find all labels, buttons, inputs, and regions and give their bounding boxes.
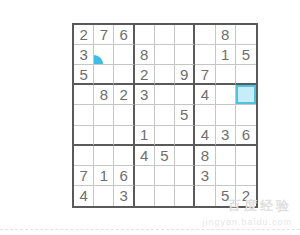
bottom-divider xyxy=(0,229,300,230)
sudoku-cell-r4c3[interactable]: 2 xyxy=(114,85,134,105)
sudoku-cell-r7c7[interactable]: 8 xyxy=(195,146,215,166)
sudoku-cell-r5c3[interactable] xyxy=(114,105,134,125)
sudoku-cell-r1c5[interactable] xyxy=(155,25,175,45)
sudoku-cell-r2c9[interactable]: 5 xyxy=(236,45,256,65)
sudoku-cell-r4c6[interactable] xyxy=(175,85,195,105)
sudoku-cell-r2c1[interactable]: 3 xyxy=(74,45,94,65)
sudoku-cell-r9c7[interactable] xyxy=(195,186,215,206)
sudoku-cell-r2c2[interactable] xyxy=(94,45,114,65)
sudoku-cell-r1c2[interactable]: 7 xyxy=(94,25,114,45)
sudoku-cell-r8c9[interactable] xyxy=(236,166,256,186)
sudoku-board: 27683815529782345143645871634352 xyxy=(72,23,258,208)
selected-cell[interactable] xyxy=(236,85,256,105)
sudoku-cell-r3c3[interactable] xyxy=(114,65,134,85)
sudoku-cell-r4c7[interactable]: 4 xyxy=(195,85,215,105)
sudoku-cell-r8c4[interactable] xyxy=(135,166,155,186)
sudoku-cell-r2c3[interactable] xyxy=(114,45,134,65)
sudoku-cell-r1c7[interactable] xyxy=(195,25,215,45)
sudoku-cell-r5c8[interactable] xyxy=(216,105,236,125)
sudoku-cell-r4c2[interactable]: 8 xyxy=(94,85,114,105)
sudoku-cell-r3c6[interactable]: 9 xyxy=(175,65,195,85)
sudoku-cell-r6c3[interactable] xyxy=(114,126,134,146)
sudoku-cell-r6c5[interactable] xyxy=(155,126,175,146)
sudoku-cell-r9c5[interactable] xyxy=(155,186,175,206)
sudoku-cell-r3c4[interactable]: 2 xyxy=(135,65,155,85)
sudoku-cell-r3c2[interactable] xyxy=(94,65,114,85)
sudoku-cell-r3c1[interactable]: 5 xyxy=(74,65,94,85)
sudoku-cell-r6c2[interactable] xyxy=(94,126,114,146)
sudoku-cell-r7c1[interactable] xyxy=(74,146,94,166)
watermark-url-text: jingyan.baidu.com xyxy=(202,217,292,227)
sudoku-cell-r7c9[interactable] xyxy=(236,146,256,166)
sudoku-cell-r3c9[interactable] xyxy=(236,65,256,85)
corner-marker-icon xyxy=(94,55,103,64)
sudoku-cell-r5c5[interactable] xyxy=(155,105,175,125)
screenshot-canvas: 27683815529782345143645871634352 百度经验 ji… xyxy=(0,0,300,235)
sudoku-cell-r8c7[interactable]: 3 xyxy=(195,166,215,186)
sudoku-cell-r7c4[interactable]: 4 xyxy=(135,146,155,166)
sudoku-cell-r6c4[interactable]: 1 xyxy=(135,126,155,146)
sudoku-cell-r7c6[interactable] xyxy=(175,146,195,166)
sudoku-cell-r6c7[interactable]: 4 xyxy=(195,126,215,146)
sudoku-cell-r5c2[interactable] xyxy=(94,105,114,125)
sudoku-cell-r5c9[interactable] xyxy=(236,105,256,125)
sudoku-cell-r6c6[interactable] xyxy=(175,126,195,146)
sudoku-cell-r9c9[interactable]: 2 xyxy=(236,186,256,206)
sudoku-cell-r1c4[interactable] xyxy=(135,25,155,45)
sudoku-cell-r8c3[interactable]: 6 xyxy=(114,166,134,186)
sudoku-cell-r3c8[interactable] xyxy=(216,65,236,85)
sudoku-cell-r8c5[interactable] xyxy=(155,166,175,186)
sudoku-cell-r4c4[interactable]: 3 xyxy=(135,85,155,105)
sudoku-cell-r5c6[interactable]: 5 xyxy=(175,105,195,125)
sudoku-cell-r4c5[interactable] xyxy=(155,85,175,105)
sudoku-cell-r1c1[interactable]: 2 xyxy=(74,25,94,45)
sudoku-cell-r2c4[interactable]: 8 xyxy=(135,45,155,65)
sudoku-cell-r3c7[interactable]: 7 xyxy=(195,65,215,85)
sudoku-cell-r9c3[interactable]: 3 xyxy=(114,186,134,206)
sudoku-cell-r8c1[interactable]: 7 xyxy=(74,166,94,186)
sudoku-cell-r9c4[interactable] xyxy=(135,186,155,206)
sudoku-cell-r5c4[interactable] xyxy=(135,105,155,125)
sudoku-cell-r9c6[interactable] xyxy=(175,186,195,206)
sudoku-cell-r1c6[interactable] xyxy=(175,25,195,45)
sudoku-cell-r8c2[interactable]: 1 xyxy=(94,166,114,186)
sudoku-cell-r6c8[interactable]: 3 xyxy=(216,126,236,146)
sudoku-cell-r8c8[interactable] xyxy=(216,166,236,186)
sudoku-cell-r5c1[interactable] xyxy=(74,105,94,125)
sudoku-cell-r6c1[interactable] xyxy=(74,126,94,146)
sudoku-cell-r1c9[interactable] xyxy=(236,25,256,45)
sudoku-cell-r7c5[interactable]: 5 xyxy=(155,146,175,166)
sudoku-cell-r6c9[interactable]: 6 xyxy=(236,126,256,146)
sudoku-cell-r4c8[interactable] xyxy=(216,85,236,105)
sudoku-cell-r1c3[interactable]: 6 xyxy=(114,25,134,45)
sudoku-cell-r7c2[interactable] xyxy=(94,146,114,166)
sudoku-cell-r7c8[interactable] xyxy=(216,146,236,166)
sudoku-cell-r1c8[interactable]: 8 xyxy=(216,25,236,45)
sudoku-cell-r9c2[interactable] xyxy=(94,186,114,206)
sudoku-cell-r5c7[interactable] xyxy=(195,105,215,125)
sudoku-cell-r3c5[interactable] xyxy=(155,65,175,85)
sudoku-cell-r7c3[interactable] xyxy=(114,146,134,166)
sudoku-cell-r2c5[interactable] xyxy=(155,45,175,65)
sudoku-cell-r2c6[interactable] xyxy=(175,45,195,65)
sudoku-cell-r4c1[interactable] xyxy=(74,85,94,105)
sudoku-cell-r2c8[interactable]: 1 xyxy=(216,45,236,65)
sudoku-cell-r2c7[interactable] xyxy=(195,45,215,65)
sudoku-cell-r8c6[interactable] xyxy=(175,166,195,186)
sudoku-cell-r9c1[interactable]: 4 xyxy=(74,186,94,206)
sudoku-cell-r9c8[interactable]: 5 xyxy=(216,186,236,206)
